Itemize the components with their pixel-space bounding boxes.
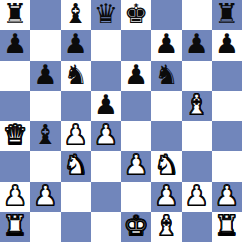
square-g8[interactable] (182, 0, 212, 30)
square-b5[interactable] (30, 91, 60, 121)
square-g5[interactable]: ♝ (182, 91, 212, 121)
square-f5[interactable] (151, 91, 181, 121)
square-c7[interactable]: ♟ (61, 30, 91, 60)
piece-white-pawn: ♟ (94, 121, 118, 150)
square-g2[interactable]: ♟ (182, 182, 212, 212)
square-h8[interactable]: ♜ (212, 0, 242, 30)
piece-white-pawn: ♟ (64, 121, 88, 150)
square-h1[interactable]: ♜ (212, 212, 242, 242)
square-h5[interactable] (212, 91, 242, 121)
piece-white-pawn: ♟ (33, 182, 57, 211)
square-h7[interactable]: ♟ (212, 30, 242, 60)
piece-black-knight: ♞ (64, 61, 88, 90)
square-b2[interactable]: ♟ (30, 182, 60, 212)
square-a2[interactable]: ♟ (0, 182, 30, 212)
square-d8[interactable]: ♛ (91, 0, 121, 30)
piece-black-pawn: ♟ (124, 61, 148, 90)
square-b4[interactable]: ♝ (30, 121, 60, 151)
square-g6[interactable] (182, 61, 212, 91)
square-e2[interactable] (121, 182, 151, 212)
square-e3[interactable]: ♟ (121, 151, 151, 181)
square-a5[interactable] (0, 91, 30, 121)
piece-black-pawn: ♟ (185, 30, 209, 59)
piece-black-pawn: ♟ (215, 30, 239, 59)
piece-white-pawn: ♟ (215, 182, 239, 211)
piece-white-pawn: ♟ (124, 151, 148, 180)
square-f4[interactable] (151, 121, 181, 151)
piece-black-queen: ♛ (94, 0, 118, 29)
piece-white-rook: ♜ (215, 212, 239, 241)
square-d2[interactable] (91, 182, 121, 212)
square-h6[interactable] (212, 61, 242, 91)
square-d3[interactable] (91, 151, 121, 181)
piece-black-pawn: ♟ (33, 61, 57, 90)
chess-board: ♜♝♛♚♜♟♟♟♟♟♟♞♟♞♟♝♛♝♟♟♞♟♞♟♟♟♟♟♜♚♝♜ (0, 0, 242, 242)
square-c3[interactable]: ♞ (61, 151, 91, 181)
square-c6[interactable]: ♞ (61, 61, 91, 91)
square-g3[interactable] (182, 151, 212, 181)
square-f6[interactable]: ♞ (151, 61, 181, 91)
piece-white-bishop: ♝ (154, 212, 178, 241)
piece-black-pawn: ♟ (64, 30, 88, 59)
square-b3[interactable] (30, 151, 60, 181)
square-b8[interactable] (30, 0, 60, 30)
square-e4[interactable] (121, 121, 151, 151)
square-a4[interactable]: ♛ (0, 121, 30, 151)
square-b7[interactable] (30, 30, 60, 60)
square-c4[interactable]: ♟ (61, 121, 91, 151)
piece-white-knight: ♞ (64, 151, 88, 180)
square-e1[interactable]: ♚ (121, 212, 151, 242)
square-e8[interactable]: ♚ (121, 0, 151, 30)
square-f7[interactable]: ♟ (151, 30, 181, 60)
piece-black-pawn: ♟ (154, 30, 178, 59)
square-e6[interactable]: ♟ (121, 61, 151, 91)
square-c1[interactable] (61, 212, 91, 242)
piece-white-bishop: ♝ (185, 91, 209, 120)
square-e5[interactable] (121, 91, 151, 121)
piece-black-rook: ♜ (3, 0, 27, 29)
piece-white-pawn: ♟ (154, 182, 178, 211)
square-h4[interactable] (212, 121, 242, 151)
piece-black-pawn: ♟ (3, 30, 27, 59)
square-d7[interactable] (91, 30, 121, 60)
square-d4[interactable]: ♟ (91, 121, 121, 151)
piece-white-rook: ♜ (3, 212, 27, 241)
piece-black-knight: ♞ (154, 61, 178, 90)
square-d1[interactable] (91, 212, 121, 242)
square-f3[interactable]: ♞ (151, 151, 181, 181)
square-a6[interactable] (0, 61, 30, 91)
piece-white-knight: ♞ (154, 151, 178, 180)
square-g7[interactable]: ♟ (182, 30, 212, 60)
square-b6[interactable]: ♟ (30, 61, 60, 91)
square-f2[interactable]: ♟ (151, 182, 181, 212)
piece-black-pawn: ♟ (94, 91, 118, 120)
square-d6[interactable] (91, 61, 121, 91)
square-h3[interactable] (212, 151, 242, 181)
piece-white-pawn: ♟ (3, 182, 27, 211)
piece-white-king: ♚ (124, 212, 148, 241)
square-a8[interactable]: ♜ (0, 0, 30, 30)
square-g1[interactable] (182, 212, 212, 242)
piece-white-queen: ♛ (3, 121, 27, 150)
piece-black-bishop: ♝ (33, 121, 57, 150)
square-g4[interactable] (182, 121, 212, 151)
square-c5[interactable] (61, 91, 91, 121)
square-f8[interactable] (151, 0, 181, 30)
square-c8[interactable]: ♝ (61, 0, 91, 30)
square-b1[interactable] (30, 212, 60, 242)
piece-black-rook: ♜ (215, 0, 239, 29)
square-a7[interactable]: ♟ (0, 30, 30, 60)
piece-black-king: ♚ (124, 0, 148, 29)
square-a1[interactable]: ♜ (0, 212, 30, 242)
square-a3[interactable] (0, 151, 30, 181)
square-h2[interactable]: ♟ (212, 182, 242, 212)
square-d5[interactable]: ♟ (91, 91, 121, 121)
square-c2[interactable] (61, 182, 91, 212)
piece-black-bishop: ♝ (64, 0, 88, 29)
piece-white-pawn: ♟ (185, 182, 209, 211)
square-e7[interactable] (121, 30, 151, 60)
square-f1[interactable]: ♝ (151, 212, 181, 242)
